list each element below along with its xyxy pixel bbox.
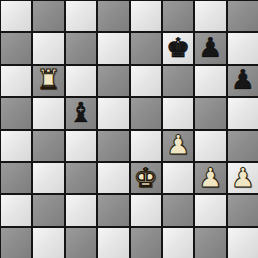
square-a4[interactable] bbox=[1, 131, 31, 161]
piece-white-rook[interactable]: ♜ bbox=[36, 66, 60, 93]
square-b7[interactable] bbox=[33, 33, 63, 63]
square-h3[interactable]: ♟ bbox=[228, 163, 258, 193]
square-d5[interactable] bbox=[98, 98, 128, 128]
square-a3[interactable] bbox=[1, 163, 31, 193]
square-c6[interactable] bbox=[66, 66, 96, 96]
chess-board: ♚♟♜♟♝♟♚♟♟ bbox=[0, 0, 258, 258]
square-g5[interactable] bbox=[195, 98, 225, 128]
square-h5[interactable] bbox=[228, 98, 258, 128]
square-h2[interactable] bbox=[228, 195, 258, 225]
square-c5[interactable]: ♝ bbox=[66, 98, 96, 128]
square-a7[interactable] bbox=[1, 33, 31, 63]
square-h4[interactable] bbox=[228, 131, 258, 161]
square-b3[interactable] bbox=[33, 163, 63, 193]
square-e2[interactable] bbox=[131, 195, 161, 225]
piece-black-king[interactable]: ♚ bbox=[166, 34, 190, 61]
square-f6[interactable] bbox=[163, 66, 193, 96]
square-b1[interactable] bbox=[33, 228, 63, 258]
piece-white-pawn[interactable]: ♟ bbox=[166, 131, 190, 158]
square-g3[interactable]: ♟ bbox=[195, 163, 225, 193]
piece-white-king[interactable]: ♚ bbox=[134, 164, 158, 191]
square-g7[interactable]: ♟ bbox=[195, 33, 225, 63]
square-a2[interactable] bbox=[1, 195, 31, 225]
square-d1[interactable] bbox=[98, 228, 128, 258]
square-h1[interactable] bbox=[228, 228, 258, 258]
square-a8[interactable] bbox=[1, 1, 31, 31]
square-c7[interactable] bbox=[66, 33, 96, 63]
square-c2[interactable] bbox=[66, 195, 96, 225]
square-g2[interactable] bbox=[195, 195, 225, 225]
square-c8[interactable] bbox=[66, 1, 96, 31]
piece-white-pawn[interactable]: ♟ bbox=[198, 164, 222, 191]
square-g4[interactable] bbox=[195, 131, 225, 161]
piece-black-pawn[interactable]: ♟ bbox=[198, 34, 222, 61]
square-d6[interactable] bbox=[98, 66, 128, 96]
square-e4[interactable] bbox=[131, 131, 161, 161]
square-e1[interactable] bbox=[131, 228, 161, 258]
square-c3[interactable] bbox=[66, 163, 96, 193]
square-f1[interactable] bbox=[163, 228, 193, 258]
square-b4[interactable] bbox=[33, 131, 63, 161]
square-e6[interactable] bbox=[131, 66, 161, 96]
square-d4[interactable] bbox=[98, 131, 128, 161]
square-h7[interactable] bbox=[228, 33, 258, 63]
square-e8[interactable] bbox=[131, 1, 161, 31]
square-h8[interactable] bbox=[228, 1, 258, 31]
square-b6[interactable]: ♜ bbox=[33, 66, 63, 96]
square-b8[interactable] bbox=[33, 1, 63, 31]
square-h6[interactable]: ♟ bbox=[228, 66, 258, 96]
piece-black-pawn[interactable]: ♟ bbox=[231, 66, 255, 93]
square-g6[interactable] bbox=[195, 66, 225, 96]
square-d3[interactable] bbox=[98, 163, 128, 193]
square-f3[interactable] bbox=[163, 163, 193, 193]
square-f4[interactable]: ♟ bbox=[163, 131, 193, 161]
square-g8[interactable] bbox=[195, 1, 225, 31]
square-d2[interactable] bbox=[98, 195, 128, 225]
square-a6[interactable] bbox=[1, 66, 31, 96]
square-a1[interactable] bbox=[1, 228, 31, 258]
piece-black-bishop[interactable]: ♝ bbox=[69, 99, 93, 126]
square-a5[interactable] bbox=[1, 98, 31, 128]
square-d7[interactable] bbox=[98, 33, 128, 63]
square-f7[interactable]: ♚ bbox=[163, 33, 193, 63]
piece-white-pawn[interactable]: ♟ bbox=[231, 164, 255, 191]
square-b2[interactable] bbox=[33, 195, 63, 225]
square-c4[interactable] bbox=[66, 131, 96, 161]
square-e3[interactable]: ♚ bbox=[131, 163, 161, 193]
square-f2[interactable] bbox=[163, 195, 193, 225]
square-f5[interactable] bbox=[163, 98, 193, 128]
square-c1[interactable] bbox=[66, 228, 96, 258]
square-g1[interactable] bbox=[195, 228, 225, 258]
square-d8[interactable] bbox=[98, 1, 128, 31]
square-e5[interactable] bbox=[131, 98, 161, 128]
square-b5[interactable] bbox=[33, 98, 63, 128]
square-e7[interactable] bbox=[131, 33, 161, 63]
square-f8[interactable] bbox=[163, 1, 193, 31]
